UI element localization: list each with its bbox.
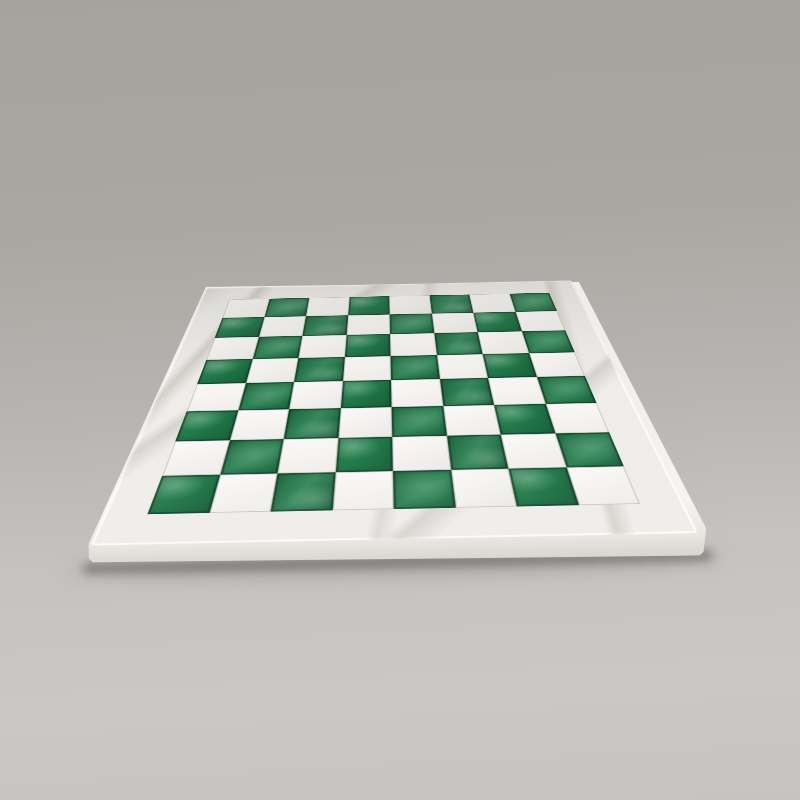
square-b5[interactable] <box>246 358 299 383</box>
square-f3[interactable] <box>443 405 501 436</box>
square-c6[interactable] <box>298 335 346 358</box>
square-h3[interactable] <box>545 403 609 434</box>
square-d4[interactable] <box>340 380 391 408</box>
square-d3[interactable] <box>338 407 392 438</box>
square-c4[interactable] <box>289 381 342 409</box>
square-h2[interactable] <box>555 432 624 467</box>
square-c1[interactable] <box>271 472 336 512</box>
square-c7[interactable] <box>302 315 347 336</box>
square-g8[interactable] <box>469 294 515 313</box>
square-h4[interactable] <box>536 376 596 404</box>
square-h5[interactable] <box>529 352 585 377</box>
square-e5[interactable] <box>390 355 439 380</box>
square-c3[interactable] <box>284 408 341 439</box>
square-b4[interactable] <box>238 382 294 410</box>
square-c8[interactable] <box>306 297 349 316</box>
square-h1[interactable] <box>566 466 640 505</box>
square-b3[interactable] <box>229 409 289 440</box>
square-c5[interactable] <box>294 357 344 382</box>
square-a4[interactable] <box>187 383 246 411</box>
board-perspective-wrap <box>158 147 623 612</box>
square-h7[interactable] <box>515 311 565 332</box>
square-e6[interactable] <box>390 333 436 356</box>
square-e8[interactable] <box>389 295 431 314</box>
square-a8[interactable] <box>222 299 269 318</box>
square-b1[interactable] <box>209 473 278 513</box>
square-a7[interactable] <box>215 317 264 338</box>
square-d2[interactable] <box>335 437 393 472</box>
square-b7[interactable] <box>259 316 306 337</box>
square-f7[interactable] <box>431 313 477 334</box>
square-b2[interactable] <box>220 439 284 474</box>
square-g4[interactable] <box>488 377 545 405</box>
square-f2[interactable] <box>446 435 508 470</box>
square-h8[interactable] <box>509 293 557 312</box>
square-a1[interactable] <box>147 474 219 514</box>
square-a5[interactable] <box>197 359 252 384</box>
square-f8[interactable] <box>429 295 473 314</box>
square-d5[interactable] <box>343 356 391 381</box>
square-d7[interactable] <box>346 314 390 335</box>
square-f6[interactable] <box>434 332 483 355</box>
square-a3[interactable] <box>175 410 238 441</box>
square-f4[interactable] <box>439 378 493 406</box>
square-g6[interactable] <box>478 331 529 354</box>
board-surface <box>90 281 698 546</box>
square-h6[interactable] <box>522 330 575 353</box>
square-f1[interactable] <box>451 468 517 508</box>
square-b6[interactable] <box>252 336 302 359</box>
square-c2[interactable] <box>278 438 338 473</box>
square-e7[interactable] <box>390 313 434 334</box>
square-g7[interactable] <box>473 312 521 333</box>
square-e2[interactable] <box>392 436 450 471</box>
square-b8[interactable] <box>264 298 309 317</box>
square-a6[interactable] <box>206 337 258 360</box>
backdrop <box>0 0 800 800</box>
square-e4[interactable] <box>391 379 443 407</box>
square-d1[interactable] <box>332 471 394 511</box>
square-g5[interactable] <box>483 353 537 378</box>
square-d6[interactable] <box>344 334 390 357</box>
square-f5[interactable] <box>437 354 488 379</box>
square-a2[interactable] <box>162 440 229 475</box>
square-e1[interactable] <box>393 469 455 509</box>
square-e3[interactable] <box>392 406 447 437</box>
board-grid <box>147 293 640 514</box>
square-d8[interactable] <box>348 296 390 315</box>
